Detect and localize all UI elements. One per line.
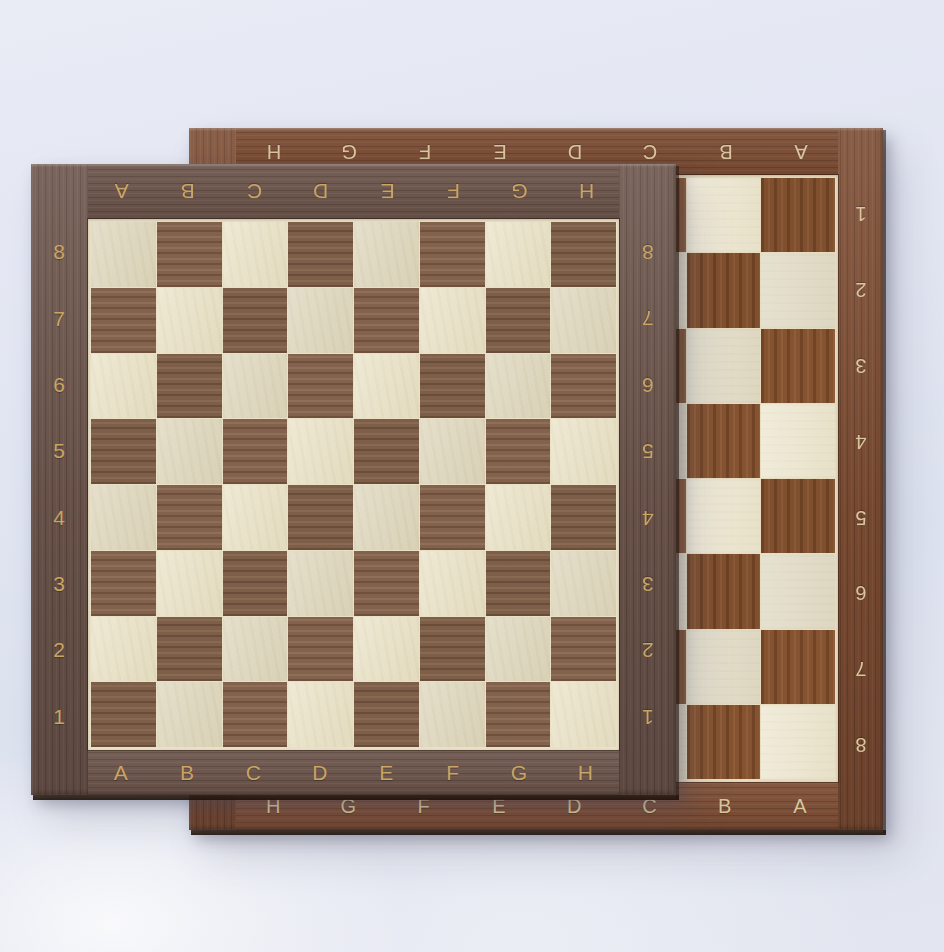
square-a6[interactable]: [91, 354, 156, 419]
square-f2[interactable]: [420, 617, 485, 682]
file-label-f: F: [420, 750, 486, 795]
square-a8[interactable]: [91, 222, 156, 287]
rank-label-2: 2: [838, 251, 883, 327]
square-f6[interactable]: [420, 354, 485, 419]
file-label-b: B: [154, 750, 220, 795]
rank-label-6: 6: [31, 352, 88, 418]
square-b7[interactable]: [157, 288, 222, 353]
file-label-e: E: [354, 164, 420, 219]
square-b3[interactable]: [687, 329, 761, 403]
rank-label-2: 2: [619, 617, 676, 683]
square-h7[interactable]: [551, 288, 616, 353]
rank-label-7: 7: [31, 285, 88, 351]
file-label-h: H: [553, 750, 619, 795]
square-g1[interactable]: [486, 682, 551, 747]
scene-background: HGFEDCBA HGFEDCBA 12345678 12345678 ABCD…: [0, 0, 944, 952]
square-d7[interactable]: [288, 288, 353, 353]
square-b4[interactable]: [687, 404, 761, 478]
rank-label-3: 3: [838, 327, 883, 403]
square-f8[interactable]: [420, 222, 485, 287]
square-a7[interactable]: [91, 288, 156, 353]
square-a1[interactable]: [761, 178, 835, 252]
square-a6[interactable]: [761, 554, 835, 628]
front-board-file-labels-bottom: ABCDEFGH: [88, 750, 619, 795]
front-chessboard: ABCDEFGH ABCDEFGH 87654321 87654321: [31, 164, 676, 795]
square-a3[interactable]: [761, 329, 835, 403]
square-a5[interactable]: [91, 419, 156, 484]
square-a2[interactable]: [761, 253, 835, 327]
square-d3[interactable]: [288, 551, 353, 616]
file-label-e: E: [354, 750, 420, 795]
square-d6[interactable]: [288, 354, 353, 419]
square-d2[interactable]: [288, 617, 353, 682]
square-g4[interactable]: [486, 485, 551, 550]
square-b6[interactable]: [157, 354, 222, 419]
rank-label-4: 4: [838, 403, 883, 479]
square-e6[interactable]: [354, 354, 419, 419]
square-d8[interactable]: [288, 222, 353, 287]
square-d1[interactable]: [288, 682, 353, 747]
rank-label-1: 1: [838, 175, 883, 251]
rank-label-5: 5: [31, 418, 88, 484]
rank-label-3: 3: [619, 551, 676, 617]
square-a5[interactable]: [761, 479, 835, 553]
square-h4[interactable]: [551, 485, 616, 550]
front-board-grid: [91, 222, 616, 747]
square-e1[interactable]: [354, 682, 419, 747]
file-label-a: A: [763, 782, 838, 830]
square-b5[interactable]: [687, 479, 761, 553]
square-b2[interactable]: [157, 617, 222, 682]
square-b4[interactable]: [157, 485, 222, 550]
rank-label-4: 4: [31, 485, 88, 551]
square-c7[interactable]: [223, 288, 288, 353]
square-f7[interactable]: [420, 288, 485, 353]
square-h6[interactable]: [551, 354, 616, 419]
square-c2[interactable]: [223, 617, 288, 682]
square-f1[interactable]: [420, 682, 485, 747]
file-label-b: B: [154, 164, 220, 219]
square-g5[interactable]: [486, 419, 551, 484]
rank-label-8: 8: [838, 706, 883, 782]
square-b5[interactable]: [157, 419, 222, 484]
square-b8[interactable]: [687, 705, 761, 779]
square-a3[interactable]: [91, 551, 156, 616]
front-board-file-labels-top: ABCDEFGH: [88, 164, 619, 219]
square-d5[interactable]: [288, 419, 353, 484]
front-board-rank-labels-left: 87654321: [31, 219, 88, 750]
square-f4[interactable]: [420, 485, 485, 550]
square-a7[interactable]: [761, 630, 835, 704]
square-c3[interactable]: [223, 551, 288, 616]
square-a4[interactable]: [91, 485, 156, 550]
square-c4[interactable]: [223, 485, 288, 550]
square-b6[interactable]: [687, 554, 761, 628]
square-c8[interactable]: [223, 222, 288, 287]
rank-label-2: 2: [31, 617, 88, 683]
square-f3[interactable]: [420, 551, 485, 616]
square-b1[interactable]: [157, 682, 222, 747]
file-label-a: A: [763, 128, 838, 175]
square-e5[interactable]: [354, 419, 419, 484]
file-label-a: A: [88, 164, 154, 219]
rank-label-1: 1: [31, 684, 88, 750]
square-f5[interactable]: [420, 419, 485, 484]
rank-label-7: 7: [619, 285, 676, 351]
square-h2[interactable]: [551, 617, 616, 682]
file-label-b: B: [688, 782, 763, 830]
rank-label-6: 6: [838, 554, 883, 630]
rank-label-8: 8: [619, 219, 676, 285]
file-label-c: C: [221, 164, 287, 219]
square-e3[interactable]: [354, 551, 419, 616]
square-b1[interactable]: [687, 178, 761, 252]
square-b7[interactable]: [687, 630, 761, 704]
square-g6[interactable]: [486, 354, 551, 419]
square-a8[interactable]: [761, 705, 835, 779]
square-d4[interactable]: [288, 485, 353, 550]
rank-label-4: 4: [619, 485, 676, 551]
square-a2[interactable]: [91, 617, 156, 682]
square-b2[interactable]: [687, 253, 761, 327]
square-e2[interactable]: [354, 617, 419, 682]
square-h1[interactable]: [551, 682, 616, 747]
square-b8[interactable]: [157, 222, 222, 287]
rank-label-6: 6: [619, 352, 676, 418]
square-e4[interactable]: [354, 485, 419, 550]
square-h5[interactable]: [551, 419, 616, 484]
file-label-h: H: [553, 164, 619, 219]
square-c6[interactable]: [223, 354, 288, 419]
rank-label-5: 5: [619, 418, 676, 484]
rank-label-7: 7: [838, 630, 883, 706]
file-label-d: D: [287, 164, 353, 219]
file-label-a: A: [88, 750, 154, 795]
back-board-rank-labels-right: 12345678: [838, 175, 883, 782]
rank-label-1: 1: [619, 684, 676, 750]
rank-label-3: 3: [31, 551, 88, 617]
square-g8[interactable]: [486, 222, 551, 287]
square-h8[interactable]: [551, 222, 616, 287]
file-label-f: F: [420, 164, 486, 219]
file-label-d: D: [287, 750, 353, 795]
square-g7[interactable]: [486, 288, 551, 353]
front-board-rank-labels-right: 87654321: [619, 219, 676, 750]
square-c1[interactable]: [223, 682, 288, 747]
square-e8[interactable]: [354, 222, 419, 287]
rank-label-8: 8: [31, 219, 88, 285]
square-g3[interactable]: [486, 551, 551, 616]
front-board-playing-area: [88, 219, 619, 750]
square-h3[interactable]: [551, 551, 616, 616]
rank-label-5: 5: [838, 479, 883, 555]
square-a1[interactable]: [91, 682, 156, 747]
square-a4[interactable]: [761, 404, 835, 478]
square-c5[interactable]: [223, 419, 288, 484]
file-label-g: G: [486, 164, 552, 219]
file-label-g: G: [486, 750, 552, 795]
square-b3[interactable]: [157, 551, 222, 616]
square-g2[interactable]: [486, 617, 551, 682]
file-label-b: B: [688, 128, 763, 175]
square-e7[interactable]: [354, 288, 419, 353]
file-label-c: C: [221, 750, 287, 795]
